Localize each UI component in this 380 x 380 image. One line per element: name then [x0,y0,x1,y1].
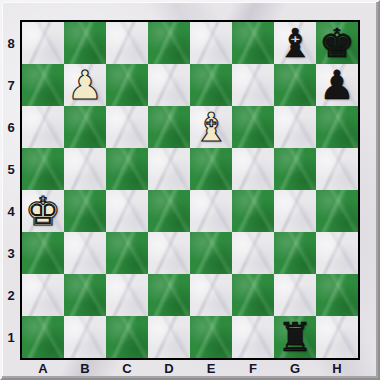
square-g7[interactable] [274,64,316,106]
square-e6[interactable]: ♝ [190,106,232,148]
file-label-a: A [22,358,64,378]
square-f6[interactable] [232,106,274,148]
square-a1[interactable] [22,316,64,358]
piece-black-king: ♚ [316,22,358,64]
square-g4[interactable] [274,190,316,232]
square-a8[interactable] [22,22,64,64]
file-label-c: C [106,358,148,378]
square-g8[interactable]: ♝ [274,22,316,64]
file-label-e: E [190,358,232,378]
chess-board-frame: 87654321 ♝♚♟♟♝♚♜ ABCDEFGH [0,0,380,380]
square-b6[interactable] [64,106,106,148]
square-e2[interactable] [190,274,232,316]
square-a3[interactable] [22,232,64,274]
rank-labels: 87654321 [2,22,20,358]
square-d2[interactable] [148,274,190,316]
square-h1[interactable] [316,316,358,358]
square-d4[interactable] [148,190,190,232]
square-h6[interactable] [316,106,358,148]
square-h5[interactable] [316,148,358,190]
square-f2[interactable] [232,274,274,316]
rank-label-5: 5 [2,148,20,190]
file-label-d: D [148,358,190,378]
square-f8[interactable] [232,22,274,64]
file-label-h: H [316,358,358,378]
file-label-g: G [274,358,316,378]
square-c6[interactable] [106,106,148,148]
square-c8[interactable] [106,22,148,64]
rank-label-1: 1 [2,316,20,358]
piece-black-rook: ♜ [274,316,316,358]
rank-label-8: 8 [2,22,20,64]
square-b8[interactable] [64,22,106,64]
square-d5[interactable] [148,148,190,190]
square-a4[interactable]: ♚ [22,190,64,232]
piece-black-pawn: ♟ [316,64,358,106]
piece-white-bishop: ♝ [190,106,232,148]
piece-white-pawn: ♟ [64,64,106,106]
square-b3[interactable] [64,232,106,274]
file-label-b: B [64,358,106,378]
square-b2[interactable] [64,274,106,316]
square-d6[interactable] [148,106,190,148]
rank-label-7: 7 [2,64,20,106]
square-g5[interactable] [274,148,316,190]
square-h3[interactable] [316,232,358,274]
square-c3[interactable] [106,232,148,274]
square-a7[interactable] [22,64,64,106]
square-e5[interactable] [190,148,232,190]
square-h4[interactable] [316,190,358,232]
file-label-f: F [232,358,274,378]
square-c1[interactable] [106,316,148,358]
square-g6[interactable] [274,106,316,148]
square-f4[interactable] [232,190,274,232]
square-c7[interactable] [106,64,148,106]
square-c5[interactable] [106,148,148,190]
square-e7[interactable] [190,64,232,106]
square-b1[interactable] [64,316,106,358]
square-e3[interactable] [190,232,232,274]
square-e8[interactable] [190,22,232,64]
rank-label-6: 6 [2,106,20,148]
square-b4[interactable] [64,190,106,232]
square-g2[interactable] [274,274,316,316]
chess-board: ♝♚♟♟♝♚♜ [20,20,360,360]
rank-label-2: 2 [2,274,20,316]
square-g1[interactable]: ♜ [274,316,316,358]
square-b7[interactable]: ♟ [64,64,106,106]
square-f7[interactable] [232,64,274,106]
square-d1[interactable] [148,316,190,358]
square-c2[interactable] [106,274,148,316]
square-f5[interactable] [232,148,274,190]
square-b5[interactable] [64,148,106,190]
square-f1[interactable] [232,316,274,358]
square-d7[interactable] [148,64,190,106]
square-c4[interactable] [106,190,148,232]
rank-label-3: 3 [2,232,20,274]
square-d3[interactable] [148,232,190,274]
square-h8[interactable]: ♚ [316,22,358,64]
square-g3[interactable] [274,232,316,274]
piece-black-bishop: ♝ [274,22,316,64]
square-e4[interactable] [190,190,232,232]
piece-white-king: ♚ [22,190,64,232]
rank-label-4: 4 [2,190,20,232]
file-labels: ABCDEFGH [22,358,358,378]
square-a5[interactable] [22,148,64,190]
square-a2[interactable] [22,274,64,316]
square-e1[interactable] [190,316,232,358]
square-h2[interactable] [316,274,358,316]
square-f3[interactable] [232,232,274,274]
square-h7[interactable]: ♟ [316,64,358,106]
square-a6[interactable] [22,106,64,148]
square-d8[interactable] [148,22,190,64]
